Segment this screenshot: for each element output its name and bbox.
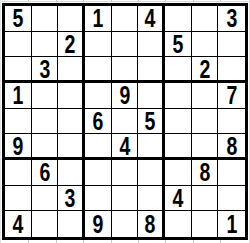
cell-r3c8[interactable]: 2 — [192, 57, 219, 83]
cell-r4c3[interactable] — [58, 83, 85, 109]
given-digit: 4 — [119, 134, 130, 158]
cell-r5c2[interactable] — [32, 109, 59, 135]
cell-r5c5[interactable] — [112, 109, 139, 135]
given-digit: 3 — [226, 6, 237, 31]
cell-r3c5[interactable] — [112, 57, 139, 83]
given-digit: 9 — [92, 211, 103, 237]
cell-r9c1[interactable]: 4 — [5, 211, 32, 237]
given-digit: 1 — [226, 211, 237, 237]
cell-r5c1[interactable] — [5, 109, 32, 135]
cell-r7c9[interactable] — [218, 160, 245, 186]
cell-r4c9[interactable]: 7 — [218, 83, 245, 109]
cell-r6c9[interactable]: 8 — [218, 134, 245, 160]
cell-r4c8[interactable] — [192, 83, 219, 109]
cell-r9c9[interactable]: 1 — [218, 211, 245, 237]
given-digit: 6 — [92, 109, 103, 134]
given-digit: 4 — [12, 211, 23, 237]
cell-r3c7[interactable] — [165, 57, 192, 83]
cell-r5c3[interactable] — [58, 109, 85, 135]
cell-r9c3[interactable] — [58, 211, 85, 237]
given-digit: 7 — [226, 83, 237, 108]
cell-r7c6[interactable] — [138, 160, 165, 186]
cell-r6c8[interactable] — [192, 134, 219, 160]
cell-r7c4[interactable] — [85, 160, 112, 186]
cell-r5c7[interactable] — [165, 109, 192, 135]
given-digit: 1 — [12, 83, 23, 108]
cell-r7c8[interactable]: 8 — [192, 160, 219, 186]
cell-r2c1[interactable] — [5, 32, 32, 58]
spreadsheet-gridline-ticks-top — [2, 0, 248, 2]
cell-r9c2[interactable] — [32, 211, 59, 237]
cell-r3c1[interactable] — [5, 57, 32, 83]
cell-r9c8[interactable] — [192, 211, 219, 237]
cell-r1c7[interactable] — [165, 6, 192, 32]
cell-r9c7[interactable] — [165, 211, 192, 237]
given-digit: 5 — [145, 109, 156, 134]
cell-r6c2[interactable] — [32, 134, 59, 160]
cell-r3c6[interactable] — [138, 57, 165, 83]
sudoku-board: 514325321976594868344981 — [2, 3, 248, 240]
cell-r8c6[interactable] — [138, 186, 165, 212]
given-digit: 2 — [65, 32, 76, 57]
cell-r8c3[interactable]: 3 — [58, 186, 85, 212]
cell-r8c9[interactable] — [218, 186, 245, 212]
cell-r1c9[interactable]: 3 — [218, 6, 245, 32]
cell-r1c1[interactable]: 5 — [5, 6, 32, 32]
cell-r6c4[interactable] — [85, 134, 112, 160]
cell-r5c6[interactable]: 5 — [138, 109, 165, 135]
cell-r1c8[interactable] — [192, 6, 219, 32]
cell-r7c5[interactable] — [112, 160, 139, 186]
cell-r4c6[interactable] — [138, 83, 165, 109]
cell-r5c8[interactable] — [192, 109, 219, 135]
given-digit: 9 — [12, 134, 23, 158]
cell-r1c6[interactable]: 4 — [138, 6, 165, 32]
cell-r8c7[interactable]: 4 — [165, 186, 192, 212]
cell-r4c7[interactable] — [165, 83, 192, 109]
sudoku-screenshot: 514325321976594868344981 — [0, 0, 250, 243]
cell-r5c4[interactable]: 6 — [85, 109, 112, 135]
given-digit: 6 — [39, 160, 50, 185]
cell-r8c2[interactable] — [32, 186, 59, 212]
cell-r5c9[interactable] — [218, 109, 245, 135]
given-digit: 8 — [226, 134, 237, 158]
given-digit: 4 — [172, 186, 183, 211]
cell-r6c7[interactable] — [165, 134, 192, 160]
cell-r1c5[interactable] — [112, 6, 139, 32]
cell-r2c4[interactable] — [85, 32, 112, 58]
cell-r3c3[interactable] — [58, 57, 85, 83]
spreadsheet-gridline-right — [249, 0, 250, 243]
given-digit: 8 — [199, 160, 210, 185]
spreadsheet-gridline-left — [0, 0, 1, 243]
given-digit: 3 — [65, 186, 76, 211]
cell-r6c6[interactable] — [138, 134, 165, 160]
cell-r7c7[interactable] — [165, 160, 192, 186]
cell-r8c4[interactable] — [85, 186, 112, 212]
given-digit: 5 — [12, 6, 23, 31]
cell-r4c1[interactable]: 1 — [5, 83, 32, 109]
cell-r2c9[interactable] — [218, 32, 245, 58]
cell-r4c5[interactable]: 9 — [112, 83, 139, 109]
cell-r6c1[interactable]: 9 — [5, 134, 32, 160]
cell-r7c1[interactable] — [5, 160, 32, 186]
cell-r7c2[interactable]: 6 — [32, 160, 59, 186]
given-digit: 9 — [119, 83, 130, 108]
cell-r8c8[interactable] — [192, 186, 219, 212]
cell-r8c5[interactable] — [112, 186, 139, 212]
given-digit: 4 — [145, 6, 156, 31]
given-digit: 3 — [39, 57, 50, 81]
cell-r1c4[interactable]: 1 — [85, 6, 112, 32]
cell-r6c5[interactable]: 4 — [112, 134, 139, 160]
cell-r2c8[interactable] — [192, 32, 219, 58]
cell-r6c3[interactable] — [58, 134, 85, 160]
cell-r3c4[interactable] — [85, 57, 112, 83]
cell-r2c6[interactable] — [138, 32, 165, 58]
cell-r9c5[interactable] — [112, 211, 139, 237]
given-digit: 2 — [199, 57, 210, 81]
cell-r1c2[interactable] — [32, 6, 59, 32]
cell-r1c3[interactable] — [58, 6, 85, 32]
cell-r8c1[interactable] — [5, 186, 32, 212]
cell-r3c2[interactable]: 3 — [32, 57, 59, 83]
cell-r4c4[interactable] — [85, 83, 112, 109]
cell-r9c6[interactable]: 8 — [138, 211, 165, 237]
cell-r2c2[interactable] — [32, 32, 59, 58]
cell-r7c3[interactable] — [58, 160, 85, 186]
given-digit: 8 — [145, 211, 156, 237]
cell-r2c5[interactable] — [112, 32, 139, 58]
given-digit: 1 — [92, 6, 103, 31]
cell-r9c4[interactable]: 9 — [85, 211, 112, 237]
cell-r4c2[interactable] — [32, 83, 59, 109]
cell-r2c7[interactable]: 5 — [165, 32, 192, 58]
given-digit: 5 — [172, 32, 183, 57]
cell-r3c9[interactable] — [218, 57, 245, 83]
cell-r2c3[interactable]: 2 — [58, 32, 85, 58]
